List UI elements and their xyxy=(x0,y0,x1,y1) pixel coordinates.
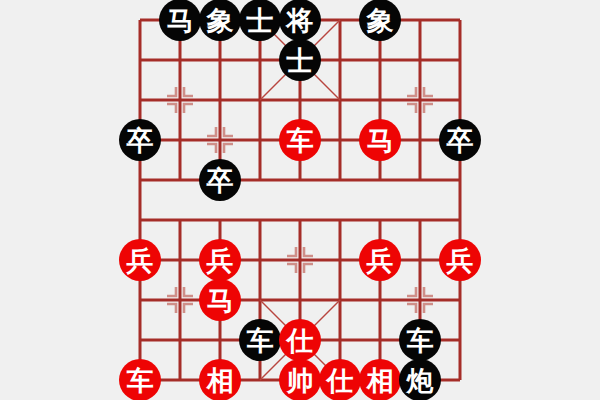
black-cannon[interactable]: 炮 xyxy=(399,359,441,400)
piece-glyph: 士 xyxy=(247,7,274,34)
piece-glyph: 仕 xyxy=(287,327,314,354)
red-horse[interactable]: 马 xyxy=(359,119,401,161)
piece-glyph: 卒 xyxy=(447,127,474,154)
piece-glyph: 马 xyxy=(207,287,234,314)
piece-glyph: 兵 xyxy=(127,247,154,274)
piece-glyph: 相 xyxy=(207,367,234,394)
piece-glyph: 炮 xyxy=(407,367,434,394)
red-chariot[interactable]: 车 xyxy=(279,119,321,161)
red-horse[interactable]: 马 xyxy=(199,279,241,321)
piece-glyph: 士 xyxy=(287,47,314,74)
piece-glyph: 兵 xyxy=(367,247,394,274)
black-chariot[interactable]: 车 xyxy=(239,319,281,361)
piece-glyph: 车 xyxy=(287,127,314,154)
black-horse[interactable]: 马 xyxy=(159,0,201,41)
xiangqi-board: 马象士将象士卒车马卒卒兵兵兵兵马车仕车车相帅仕相炮 xyxy=(0,0,600,400)
black-elephant[interactable]: 象 xyxy=(199,0,241,41)
red-advisor[interactable]: 仕 xyxy=(279,319,321,361)
piece-glyph: 兵 xyxy=(207,247,234,274)
piece-glyph: 车 xyxy=(247,327,274,354)
piece-glyph: 车 xyxy=(407,327,434,354)
piece-glyph: 将 xyxy=(287,7,314,34)
black-general[interactable]: 将 xyxy=(279,0,321,41)
black-advisor[interactable]: 士 xyxy=(279,39,321,81)
piece-glyph: 马 xyxy=(367,127,394,154)
red-elephant[interactable]: 相 xyxy=(359,359,401,400)
piece-glyph: 兵 xyxy=(447,247,474,274)
piece-glyph: 仕 xyxy=(327,367,354,394)
piece-glyph: 象 xyxy=(207,7,234,34)
black-soldier[interactable]: 卒 xyxy=(199,159,241,201)
piece-glyph: 相 xyxy=(367,367,394,394)
piece-glyph: 卒 xyxy=(207,167,234,194)
piece-glyph: 象 xyxy=(367,7,394,34)
piece-glyph: 卒 xyxy=(127,127,154,154)
black-chariot[interactable]: 车 xyxy=(399,319,441,361)
red-elephant[interactable]: 相 xyxy=(199,359,241,400)
piece-glyph: 车 xyxy=(127,367,154,394)
black-advisor[interactable]: 士 xyxy=(239,0,281,41)
red-general[interactable]: 帅 xyxy=(279,359,321,400)
red-advisor[interactable]: 仕 xyxy=(319,359,361,400)
red-soldier[interactable]: 兵 xyxy=(119,239,161,281)
piece-glyph: 帅 xyxy=(287,367,314,394)
piece-glyph: 马 xyxy=(167,7,194,34)
red-soldier[interactable]: 兵 xyxy=(359,239,401,281)
red-soldier[interactable]: 兵 xyxy=(439,239,481,281)
red-chariot[interactable]: 车 xyxy=(119,359,161,400)
pieces-layer: 马象士将象士卒车马卒卒兵兵兵兵马车仕车车相帅仕相炮 xyxy=(120,0,480,400)
black-soldier[interactable]: 卒 xyxy=(119,119,161,161)
red-soldier[interactable]: 兵 xyxy=(199,239,241,281)
black-elephant[interactable]: 象 xyxy=(359,0,401,41)
black-soldier[interactable]: 卒 xyxy=(439,119,481,161)
